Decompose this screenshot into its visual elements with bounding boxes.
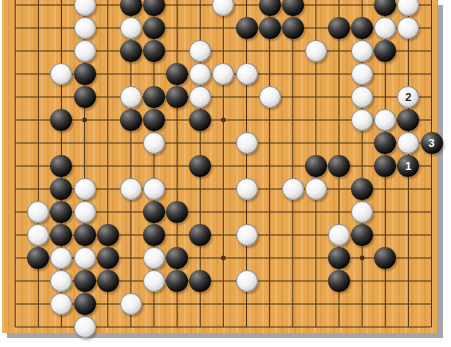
black-stone bbox=[282, 17, 304, 39]
move-number-label: 1 bbox=[405, 161, 411, 172]
move-number-label: 2 bbox=[405, 92, 411, 103]
white-stone bbox=[120, 17, 142, 39]
black-stone bbox=[305, 155, 327, 177]
white-stone bbox=[143, 178, 165, 200]
black-stone bbox=[143, 109, 165, 131]
white-stone bbox=[143, 247, 165, 269]
screenshot-stage: 231 bbox=[0, 0, 451, 347]
white-stone bbox=[259, 86, 281, 108]
black-stone bbox=[74, 293, 96, 315]
white-stone bbox=[351, 63, 373, 85]
black-stone bbox=[97, 270, 119, 292]
white-stone bbox=[74, 40, 96, 62]
white-stone bbox=[74, 201, 96, 223]
black-stone bbox=[120, 40, 142, 62]
white-stone bbox=[143, 132, 165, 154]
black-stone bbox=[74, 86, 96, 108]
black-stone bbox=[166, 201, 188, 223]
black-stone bbox=[259, 17, 281, 39]
black-stone bbox=[143, 201, 165, 223]
white-stone bbox=[74, 247, 96, 269]
white-stone bbox=[74, 316, 96, 338]
white-stone bbox=[351, 86, 373, 108]
black-stone bbox=[351, 178, 373, 200]
black-stone bbox=[328, 270, 350, 292]
white-stone bbox=[120, 178, 142, 200]
white-stone bbox=[328, 224, 350, 246]
black-stone bbox=[236, 17, 258, 39]
black-stone bbox=[143, 86, 165, 108]
white-stone bbox=[236, 270, 258, 292]
black-stone bbox=[166, 270, 188, 292]
white-stone bbox=[120, 293, 142, 315]
black-stone bbox=[143, 40, 165, 62]
black-stone bbox=[166, 86, 188, 108]
go-board[interactable]: 231 bbox=[2, 0, 438, 333]
black-stone bbox=[97, 224, 119, 246]
white-stone bbox=[351, 40, 373, 62]
white-stone bbox=[351, 201, 373, 223]
white-stone bbox=[120, 86, 142, 108]
white-stone bbox=[305, 178, 327, 200]
black-stone bbox=[74, 63, 96, 85]
black-stone bbox=[143, 17, 165, 39]
black-stone bbox=[351, 17, 373, 39]
black-stone bbox=[328, 17, 350, 39]
white-stone bbox=[305, 40, 327, 62]
black-stone bbox=[120, 109, 142, 131]
move-number-label: 3 bbox=[428, 138, 434, 149]
black-stone bbox=[166, 247, 188, 269]
white-stone bbox=[282, 178, 304, 200]
black-stone bbox=[74, 224, 96, 246]
white-stone bbox=[236, 63, 258, 85]
black-stone bbox=[97, 247, 119, 269]
white-stone bbox=[236, 178, 258, 200]
black-stone bbox=[328, 155, 350, 177]
black-stone bbox=[166, 63, 188, 85]
white-stone bbox=[143, 270, 165, 292]
white-stone bbox=[236, 224, 258, 246]
white-stone bbox=[74, 17, 96, 39]
black-stone bbox=[74, 270, 96, 292]
move-3-black-stone: 3 bbox=[421, 132, 443, 154]
white-stone bbox=[236, 132, 258, 154]
black-stone bbox=[328, 247, 350, 269]
black-stone bbox=[351, 224, 373, 246]
white-stone bbox=[74, 178, 96, 200]
white-stone bbox=[351, 109, 373, 131]
black-stone bbox=[143, 224, 165, 246]
